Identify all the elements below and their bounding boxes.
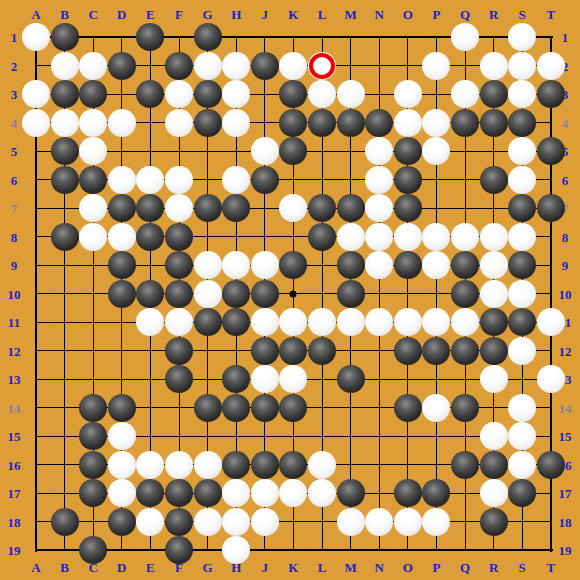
stone-black-D9 [108, 251, 136, 279]
stone-white-D8 [108, 223, 136, 251]
stone-black-R12 [480, 337, 508, 365]
stone-white-H17 [222, 479, 250, 507]
coordinate-label-col-S-top: S [519, 8, 526, 21]
stone-black-E3 [136, 80, 164, 108]
stone-white-S2 [508, 52, 536, 80]
stone-black-H10 [222, 280, 250, 308]
last-move-marker [309, 53, 335, 79]
coordinate-label-col-L-top: L [318, 8, 327, 21]
stone-black-K3 [279, 80, 307, 108]
stone-white-Q3 [451, 80, 479, 108]
coordinate-label-row-5-left: 5 [11, 145, 18, 158]
coordinate-label-row-1-left: 1 [11, 31, 18, 44]
stone-white-C8 [79, 223, 107, 251]
stone-black-T16 [537, 451, 565, 479]
coordinate-label-row-15-right: 15 [559, 430, 572, 443]
stone-white-L16 [308, 451, 336, 479]
stone-white-K7 [279, 194, 307, 222]
stone-black-E1 [136, 23, 164, 51]
stone-black-L8 [308, 223, 336, 251]
stone-black-G4 [194, 109, 222, 137]
coordinate-label-row-9-right: 9 [562, 259, 569, 272]
coordinate-label-row-14-right: 14 [559, 401, 572, 414]
stone-white-S10 [508, 280, 536, 308]
stone-black-P17 [422, 479, 450, 507]
stone-white-P5 [422, 137, 450, 165]
stone-black-O9 [394, 251, 422, 279]
stone-white-N9 [365, 251, 393, 279]
stone-white-G9 [194, 251, 222, 279]
stone-white-G2 [194, 52, 222, 80]
stone-white-B4 [51, 109, 79, 137]
coordinate-label-col-O-top: O [403, 8, 413, 21]
stone-white-Q11 [451, 308, 479, 336]
coordinate-label-row-8-right: 8 [562, 230, 569, 243]
stone-black-K16 [279, 451, 307, 479]
stone-white-G10 [194, 280, 222, 308]
stone-black-B1 [51, 23, 79, 51]
stone-white-K11 [279, 308, 307, 336]
stone-white-R9 [480, 251, 508, 279]
coordinate-label-row-15-left: 15 [8, 430, 21, 443]
stone-black-L7 [308, 194, 336, 222]
stone-white-N5 [365, 137, 393, 165]
stone-white-R8 [480, 223, 508, 251]
coordinate-label-row-8-left: 8 [11, 230, 18, 243]
stone-black-F10 [165, 280, 193, 308]
stone-black-G11 [194, 308, 222, 336]
stone-white-H9 [222, 251, 250, 279]
coordinate-label-row-17-right: 17 [559, 487, 572, 500]
stone-white-S8 [508, 223, 536, 251]
coordinate-label-col-R-bottom: R [489, 561, 498, 574]
coordinate-label-col-B-bottom: B [60, 561, 69, 574]
stone-white-M18 [337, 508, 365, 536]
stone-white-F11 [165, 308, 193, 336]
stone-white-F16 [165, 451, 193, 479]
stone-white-P8 [422, 223, 450, 251]
coordinate-label-col-T-bottom: T [546, 561, 555, 574]
stone-white-E6 [136, 166, 164, 194]
stone-white-H4 [222, 109, 250, 137]
stone-white-Q1 [451, 23, 479, 51]
stone-white-E16 [136, 451, 164, 479]
stone-black-G7 [194, 194, 222, 222]
stone-black-K9 [279, 251, 307, 279]
coordinate-label-row-12-right: 12 [559, 344, 572, 357]
stone-black-Q14 [451, 394, 479, 422]
coordinate-label-col-K-bottom: K [288, 561, 298, 574]
stone-black-D14 [108, 394, 136, 422]
coordinate-label-row-19-right: 19 [559, 544, 572, 557]
stone-black-F12 [165, 337, 193, 365]
coordinate-label-col-M-top: M [344, 8, 356, 21]
stone-black-O5 [394, 137, 422, 165]
stone-white-D6 [108, 166, 136, 194]
stone-black-Q16 [451, 451, 479, 479]
stone-white-S14 [508, 394, 536, 422]
stone-white-H18 [222, 508, 250, 536]
stone-black-K4 [279, 109, 307, 137]
stone-black-J12 [251, 337, 279, 365]
stone-black-F18 [165, 508, 193, 536]
stone-black-F19 [165, 536, 193, 564]
coordinate-label-col-S-bottom: S [519, 561, 526, 574]
stone-white-C7 [79, 194, 107, 222]
stone-white-J11 [251, 308, 279, 336]
coordinate-label-col-M-bottom: M [344, 561, 356, 574]
stone-black-O14 [394, 394, 422, 422]
coordinate-label-row-19-left: 19 [8, 544, 21, 557]
coordinate-label-col-Q-bottom: Q [460, 561, 470, 574]
stone-black-N4 [365, 109, 393, 137]
stone-white-P4 [422, 109, 450, 137]
stone-white-R2 [480, 52, 508, 80]
stone-black-M13 [337, 365, 365, 393]
coordinate-label-col-T-top: T [546, 8, 555, 21]
stone-white-E11 [136, 308, 164, 336]
stone-white-A4 [22, 109, 50, 137]
stone-white-H6 [222, 166, 250, 194]
coordinate-label-row-16-left: 16 [8, 458, 21, 471]
stone-black-T3 [537, 80, 565, 108]
stone-black-E8 [136, 223, 164, 251]
stone-black-D7 [108, 194, 136, 222]
go-board[interactable]: AABBCCDDEEFFGGHHJJKKLLMMNNOOPPQQRRSSTT11… [0, 0, 580, 580]
stone-black-E10 [136, 280, 164, 308]
stone-black-O17 [394, 479, 422, 507]
stone-white-F3 [165, 80, 193, 108]
stone-white-C4 [79, 109, 107, 137]
stone-white-R13 [480, 365, 508, 393]
stone-white-C2 [79, 52, 107, 80]
stone-black-O6 [394, 166, 422, 194]
stone-black-F13 [165, 365, 193, 393]
coordinate-label-col-F-top: F [175, 8, 183, 21]
grid-line [36, 549, 553, 551]
stone-black-J16 [251, 451, 279, 479]
coordinate-label-col-L-bottom: L [318, 561, 327, 574]
stone-white-S3 [508, 80, 536, 108]
stone-white-L17 [308, 479, 336, 507]
stone-white-D4 [108, 109, 136, 137]
coordinate-label-col-R-top: R [489, 8, 498, 21]
stone-white-A1 [22, 23, 50, 51]
stone-white-H3 [222, 80, 250, 108]
star-point-tengen [290, 290, 297, 297]
stone-black-D2 [108, 52, 136, 80]
stone-black-Q10 [451, 280, 479, 308]
coordinate-label-col-Q-top: Q [460, 8, 470, 21]
stone-black-G3 [194, 80, 222, 108]
coordinate-label-col-O-bottom: O [403, 561, 413, 574]
stone-black-H11 [222, 308, 250, 336]
stone-white-P18 [422, 508, 450, 536]
stone-white-D16 [108, 451, 136, 479]
stone-black-J10 [251, 280, 279, 308]
stone-white-C5 [79, 137, 107, 165]
stone-black-P12 [422, 337, 450, 365]
coordinate-label-row-4-left: 4 [11, 116, 18, 129]
stone-black-C16 [79, 451, 107, 479]
coordinate-label-col-P-top: P [432, 8, 440, 21]
stone-white-S1 [508, 23, 536, 51]
stone-black-F8 [165, 223, 193, 251]
coordinate-label-row-2-left: 2 [11, 59, 18, 72]
stone-black-M7 [337, 194, 365, 222]
stone-white-J17 [251, 479, 279, 507]
stone-black-L4 [308, 109, 336, 137]
stone-white-R17 [480, 479, 508, 507]
stone-white-S16 [508, 451, 536, 479]
stone-black-S9 [508, 251, 536, 279]
stone-black-O7 [394, 194, 422, 222]
stone-black-Q4 [451, 109, 479, 137]
coordinate-label-col-A-bottom: A [31, 561, 40, 574]
stone-black-G14 [194, 394, 222, 422]
stone-white-M8 [337, 223, 365, 251]
coordinate-label-row-10-left: 10 [8, 287, 21, 300]
stone-white-N11 [365, 308, 393, 336]
stone-black-R16 [480, 451, 508, 479]
coordinate-label-row-9-left: 9 [11, 259, 18, 272]
coordinate-label-row-6-right: 6 [562, 173, 569, 186]
coordinate-label-col-D-bottom: D [117, 561, 126, 574]
stone-black-K14 [279, 394, 307, 422]
stone-black-R11 [480, 308, 508, 336]
stone-white-S5 [508, 137, 536, 165]
stone-black-F9 [165, 251, 193, 279]
stone-white-N6 [365, 166, 393, 194]
coordinate-label-row-18-left: 18 [8, 515, 21, 528]
stone-black-C17 [79, 479, 107, 507]
stone-white-D15 [108, 422, 136, 450]
coordinate-label-row-12-left: 12 [8, 344, 21, 357]
stone-white-R15 [480, 422, 508, 450]
stone-white-Q8 [451, 223, 479, 251]
stone-black-B18 [51, 508, 79, 536]
coordinate-label-col-E-top: E [146, 8, 155, 21]
stone-white-S12 [508, 337, 536, 365]
stone-black-K12 [279, 337, 307, 365]
coordinate-label-row-14-left: 14 [8, 401, 21, 414]
stone-black-F17 [165, 479, 193, 507]
coordinate-label-row-7-left: 7 [11, 202, 18, 215]
stone-white-F4 [165, 109, 193, 137]
stone-white-K17 [279, 479, 307, 507]
stone-white-F6 [165, 166, 193, 194]
stone-white-B2 [51, 52, 79, 80]
stone-white-O11 [394, 308, 422, 336]
stone-white-H2 [222, 52, 250, 80]
stone-black-C15 [79, 422, 107, 450]
stone-white-T13 [537, 365, 565, 393]
stone-black-J6 [251, 166, 279, 194]
stone-white-S6 [508, 166, 536, 194]
stone-white-J9 [251, 251, 279, 279]
coordinate-label-col-B-top: B [60, 8, 69, 21]
stone-black-H13 [222, 365, 250, 393]
stone-white-O3 [394, 80, 422, 108]
stone-white-R10 [480, 280, 508, 308]
stone-black-B5 [51, 137, 79, 165]
coordinate-label-row-3-left: 3 [11, 88, 18, 101]
stone-black-Q12 [451, 337, 479, 365]
stone-white-T11 [537, 308, 565, 336]
stone-black-T5 [537, 137, 565, 165]
stone-black-O12 [394, 337, 422, 365]
stone-black-R18 [480, 508, 508, 536]
stone-black-S17 [508, 479, 536, 507]
stone-black-R3 [480, 80, 508, 108]
coordinate-label-row-6-left: 6 [11, 173, 18, 186]
coordinate-label-row-17-left: 17 [8, 487, 21, 500]
stone-black-G17 [194, 479, 222, 507]
stone-white-M11 [337, 308, 365, 336]
stone-black-M10 [337, 280, 365, 308]
stone-black-B8 [51, 223, 79, 251]
coordinate-label-col-E-bottom: E [146, 561, 155, 574]
stone-white-P14 [422, 394, 450, 422]
coordinate-label-col-N-bottom: N [374, 561, 383, 574]
stone-white-O8 [394, 223, 422, 251]
coordinate-label-row-4-right: 4 [562, 116, 569, 129]
coordinate-label-row-10-right: 10 [559, 287, 572, 300]
stone-black-B6 [51, 166, 79, 194]
stone-white-N7 [365, 194, 393, 222]
stone-black-M17 [337, 479, 365, 507]
stone-white-E18 [136, 508, 164, 536]
stone-white-J5 [251, 137, 279, 165]
stone-white-H19 [222, 536, 250, 564]
stone-white-O4 [394, 109, 422, 137]
stone-white-G18 [194, 508, 222, 536]
stone-black-C19 [79, 536, 107, 564]
stone-black-D10 [108, 280, 136, 308]
stone-black-L12 [308, 337, 336, 365]
stone-white-N8 [365, 223, 393, 251]
stone-black-G1 [194, 23, 222, 51]
stone-black-Q9 [451, 251, 479, 279]
stone-white-G16 [194, 451, 222, 479]
stone-white-M3 [337, 80, 365, 108]
stone-white-T2 [537, 52, 565, 80]
stone-black-D18 [108, 508, 136, 536]
coordinate-label-col-H-top: H [231, 8, 241, 21]
stone-white-J18 [251, 508, 279, 536]
stone-white-O18 [394, 508, 422, 536]
stone-black-R6 [480, 166, 508, 194]
coordinate-label-col-C-top: C [88, 8, 97, 21]
coordinate-label-col-J-bottom: J [262, 561, 269, 574]
coordinate-label-row-1-right: 1 [562, 31, 569, 44]
stone-black-C3 [79, 80, 107, 108]
stone-black-E17 [136, 479, 164, 507]
stone-black-H7 [222, 194, 250, 222]
stone-black-T7 [537, 194, 565, 222]
stone-white-A3 [22, 80, 50, 108]
stone-black-S7 [508, 194, 536, 222]
stone-black-K5 [279, 137, 307, 165]
coordinate-label-col-G-top: G [203, 8, 213, 21]
stone-black-E7 [136, 194, 164, 222]
stone-black-M9 [337, 251, 365, 279]
coordinate-label-row-11-left: 11 [8, 316, 20, 329]
stone-white-P2 [422, 52, 450, 80]
stone-black-H14 [222, 394, 250, 422]
stone-white-N18 [365, 508, 393, 536]
stone-black-M4 [337, 109, 365, 137]
stone-black-C14 [79, 394, 107, 422]
coordinate-label-col-P-bottom: P [432, 561, 440, 574]
stone-black-J2 [251, 52, 279, 80]
stone-white-F7 [165, 194, 193, 222]
stone-white-P9 [422, 251, 450, 279]
stone-white-D17 [108, 479, 136, 507]
stone-white-S15 [508, 422, 536, 450]
coordinate-label-col-G-bottom: G [203, 561, 213, 574]
stone-black-S11 [508, 308, 536, 336]
coordinate-label-row-18-right: 18 [559, 515, 572, 528]
stone-black-H16 [222, 451, 250, 479]
stone-black-J14 [251, 394, 279, 422]
coordinate-label-col-N-top: N [374, 8, 383, 21]
stone-white-L3 [308, 80, 336, 108]
coordinate-label-col-K-top: K [288, 8, 298, 21]
stone-black-R4 [480, 109, 508, 137]
stone-black-F2 [165, 52, 193, 80]
coordinate-label-col-D-top: D [117, 8, 126, 21]
coordinate-label-col-J-top: J [262, 8, 269, 21]
stone-white-J13 [251, 365, 279, 393]
stone-black-B3 [51, 80, 79, 108]
stone-black-S4 [508, 109, 536, 137]
stone-white-P11 [422, 308, 450, 336]
stone-black-C6 [79, 166, 107, 194]
stone-white-L11 [308, 308, 336, 336]
coordinate-label-row-13-left: 13 [8, 373, 21, 386]
stone-white-K2 [279, 52, 307, 80]
coordinate-label-col-A-top: A [31, 8, 40, 21]
stone-white-K13 [279, 365, 307, 393]
